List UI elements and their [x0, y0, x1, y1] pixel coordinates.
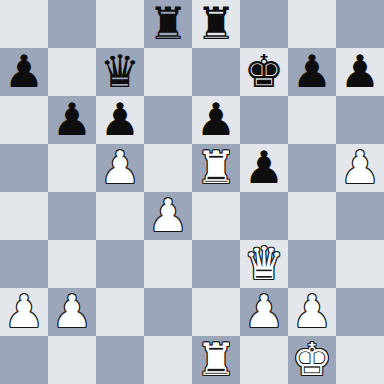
square-c2[interactable]: [96, 288, 144, 336]
square-c3[interactable]: [96, 240, 144, 288]
square-b6[interactable]: ♟: [48, 96, 96, 144]
square-b7[interactable]: [48, 48, 96, 96]
white-pawn[interactable]: ♟: [148, 192, 188, 240]
white-pawn[interactable]: ♟: [52, 288, 92, 336]
square-g8[interactable]: [288, 0, 336, 48]
square-b1[interactable]: [48, 336, 96, 384]
square-f4[interactable]: [240, 192, 288, 240]
square-h1[interactable]: [336, 336, 384, 384]
white-queen[interactable]: ♛: [244, 240, 284, 288]
square-e7[interactable]: [192, 48, 240, 96]
square-f7[interactable]: ♚: [240, 48, 288, 96]
square-a5[interactable]: [0, 144, 48, 192]
black-pawn[interactable]: ♟: [244, 144, 284, 192]
square-h4[interactable]: [336, 192, 384, 240]
square-h6[interactable]: [336, 96, 384, 144]
square-b8[interactable]: [48, 0, 96, 48]
square-e5[interactable]: ♜: [192, 144, 240, 192]
black-pawn[interactable]: ♟: [196, 96, 236, 144]
white-pawn[interactable]: ♟: [4, 288, 44, 336]
square-f1[interactable]: [240, 336, 288, 384]
black-queen[interactable]: ♛: [100, 48, 140, 96]
black-pawn[interactable]: ♟: [292, 48, 332, 96]
square-a6[interactable]: [0, 96, 48, 144]
square-a7[interactable]: ♟: [0, 48, 48, 96]
square-a1[interactable]: [0, 336, 48, 384]
square-d2[interactable]: [144, 288, 192, 336]
square-h2[interactable]: [336, 288, 384, 336]
black-king[interactable]: ♚: [244, 48, 284, 96]
square-c1[interactable]: [96, 336, 144, 384]
chess-board: ♜♜♟♛♚♟♟♟♟♟♟♜♟♟♟♛♟♟♟♟♜♚: [0, 0, 384, 384]
square-a3[interactable]: [0, 240, 48, 288]
square-c8[interactable]: [96, 0, 144, 48]
square-g7[interactable]: ♟: [288, 48, 336, 96]
square-f6[interactable]: [240, 96, 288, 144]
white-rook[interactable]: ♜: [196, 336, 236, 384]
white-pawn[interactable]: ♟: [340, 144, 380, 192]
square-c5[interactable]: ♟: [96, 144, 144, 192]
square-b5[interactable]: [48, 144, 96, 192]
square-c6[interactable]: ♟: [96, 96, 144, 144]
square-a8[interactable]: [0, 0, 48, 48]
square-e3[interactable]: [192, 240, 240, 288]
square-e2[interactable]: [192, 288, 240, 336]
square-g1[interactable]: ♚: [288, 336, 336, 384]
square-a2[interactable]: ♟: [0, 288, 48, 336]
square-d1[interactable]: [144, 336, 192, 384]
square-g2[interactable]: ♟: [288, 288, 336, 336]
square-f2[interactable]: ♟: [240, 288, 288, 336]
square-c4[interactable]: [96, 192, 144, 240]
square-e8[interactable]: ♜: [192, 0, 240, 48]
square-a4[interactable]: [0, 192, 48, 240]
square-b3[interactable]: [48, 240, 96, 288]
square-g4[interactable]: [288, 192, 336, 240]
square-g6[interactable]: [288, 96, 336, 144]
square-g3[interactable]: [288, 240, 336, 288]
square-d8[interactable]: ♜: [144, 0, 192, 48]
black-pawn[interactable]: ♟: [4, 48, 44, 96]
square-h5[interactable]: ♟: [336, 144, 384, 192]
square-f3[interactable]: ♛: [240, 240, 288, 288]
square-h3[interactable]: [336, 240, 384, 288]
square-d6[interactable]: [144, 96, 192, 144]
square-d4[interactable]: ♟: [144, 192, 192, 240]
square-f5[interactable]: ♟: [240, 144, 288, 192]
square-d3[interactable]: [144, 240, 192, 288]
white-king[interactable]: ♚: [292, 336, 332, 384]
square-b2[interactable]: ♟: [48, 288, 96, 336]
square-e4[interactable]: [192, 192, 240, 240]
square-f8[interactable]: [240, 0, 288, 48]
square-e1[interactable]: ♜: [192, 336, 240, 384]
square-h8[interactable]: [336, 0, 384, 48]
square-b4[interactable]: [48, 192, 96, 240]
white-pawn[interactable]: ♟: [292, 288, 332, 336]
black-pawn[interactable]: ♟: [100, 96, 140, 144]
square-h7[interactable]: ♟: [336, 48, 384, 96]
white-pawn[interactable]: ♟: [244, 288, 284, 336]
square-e6[interactable]: ♟: [192, 96, 240, 144]
white-pawn[interactable]: ♟: [100, 144, 140, 192]
white-rook[interactable]: ♜: [196, 144, 236, 192]
black-rook[interactable]: ♜: [148, 0, 188, 48]
square-c7[interactable]: ♛: [96, 48, 144, 96]
square-d5[interactable]: [144, 144, 192, 192]
black-pawn[interactable]: ♟: [340, 48, 380, 96]
square-d7[interactable]: [144, 48, 192, 96]
black-pawn[interactable]: ♟: [52, 96, 92, 144]
square-g5[interactable]: [288, 144, 336, 192]
black-rook[interactable]: ♜: [196, 0, 236, 48]
